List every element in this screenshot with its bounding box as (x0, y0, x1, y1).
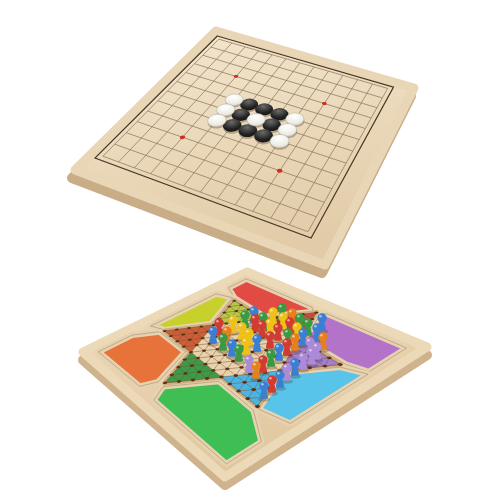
peg-highlight (307, 339, 310, 342)
peg-highlight (216, 320, 219, 323)
peg-highlight (239, 324, 242, 327)
peg-highlight (242, 312, 245, 315)
peg-head (257, 320, 266, 329)
peg-head (266, 349, 275, 358)
peg-head (282, 338, 291, 347)
peg-highlight (230, 317, 233, 320)
peg-highlight (229, 341, 232, 344)
peg-highlight (314, 344, 317, 347)
peg-head (312, 323, 321, 332)
peg-highlight (267, 320, 270, 323)
peg-highlight (279, 305, 282, 308)
peg-highlight (254, 336, 257, 339)
peg-highlight (285, 330, 288, 333)
peg-head (228, 315, 237, 324)
peg-head (290, 358, 299, 367)
peg-head (240, 310, 249, 319)
peg-highlight (300, 354, 303, 357)
peg-highlight (260, 357, 263, 360)
peg-highlight (319, 315, 322, 318)
peg-highlight (289, 310, 292, 313)
peg-head (208, 326, 217, 335)
scene (0, 0, 500, 500)
peg-head (241, 337, 250, 346)
peg-highlight (287, 319, 290, 322)
peg-highlight (246, 330, 249, 333)
peg-highlight (280, 314, 283, 317)
peg-highlight (275, 325, 278, 328)
peg-head (287, 308, 296, 317)
peg-highlight (284, 365, 287, 368)
product-photo (0, 0, 500, 500)
peg-highlight (224, 328, 227, 331)
peg-highlight (260, 314, 263, 317)
peg-head (234, 344, 243, 353)
peg-head (218, 333, 227, 342)
peg-head (318, 332, 327, 341)
peg-highlight (300, 330, 303, 333)
peg-highlight (243, 339, 246, 342)
peg-head (252, 334, 261, 343)
peg-head (295, 313, 304, 322)
peg-highlight (276, 345, 279, 348)
peg-head (265, 331, 274, 340)
peg-highlight (309, 349, 312, 352)
peg-head (214, 318, 223, 327)
peg-head (298, 328, 307, 337)
peg-head (265, 318, 274, 327)
peg-highlight (294, 324, 297, 327)
peg-highlight (284, 340, 287, 343)
peg-head (303, 318, 312, 327)
peg-head (290, 333, 299, 342)
peg-head (277, 303, 286, 312)
peg-highlight (253, 363, 256, 366)
peg-highlight (277, 372, 280, 375)
peg-highlight (270, 309, 273, 312)
peg-highlight (252, 316, 255, 319)
peg-highlight (269, 377, 272, 380)
peg-head (307, 347, 316, 356)
peg-highlight (292, 360, 295, 363)
peg-highlight (268, 351, 271, 354)
peg-highlight (297, 315, 300, 318)
peg-head (267, 375, 276, 384)
peg-highlight (210, 328, 213, 331)
peg-head (268, 307, 277, 316)
peg-highlight (314, 325, 317, 328)
peg-highlight (261, 383, 264, 386)
peg-highlight (246, 357, 249, 360)
peg-head (274, 343, 283, 352)
peg-highlight (236, 346, 239, 349)
peg-head (317, 313, 326, 322)
peg-highlight (292, 335, 295, 338)
peg-head (275, 370, 284, 379)
peg-head (251, 361, 260, 370)
peg-head (249, 306, 258, 315)
peg-head (298, 352, 307, 361)
peg-head (244, 328, 253, 337)
peg-highlight (305, 320, 308, 323)
peg-highlight (259, 322, 262, 325)
peg-head (282, 363, 291, 372)
peg-highlight (267, 333, 270, 336)
peg-highlight (320, 334, 323, 337)
peg-highlight (251, 308, 254, 311)
peg-highlight (220, 335, 223, 338)
peg-head (259, 381, 268, 390)
peg-head (273, 323, 282, 332)
